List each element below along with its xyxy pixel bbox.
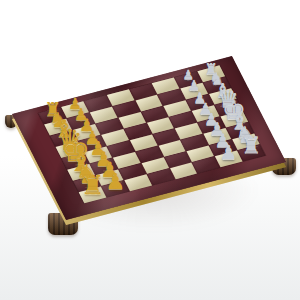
chess-set-photo: ♜♞♝♛♚♝♞♜♟♟♟♟♟♟♟♟♟♟♟♟♟♟♟♟♜♞♝♛♚♝♞♜ bbox=[0, 0, 300, 300]
